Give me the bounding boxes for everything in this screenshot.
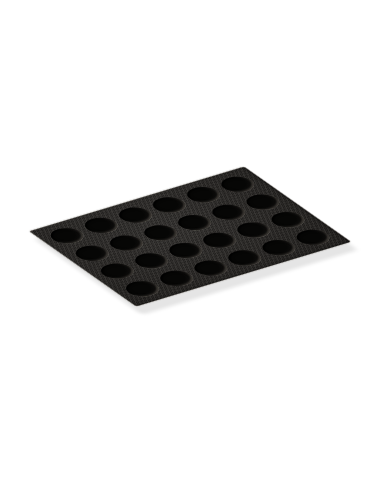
- product-photo: [0, 0, 381, 492]
- baking-mat: [28, 166, 352, 307]
- mat-surface: [28, 166, 352, 307]
- cavity-grid: [29, 167, 350, 307]
